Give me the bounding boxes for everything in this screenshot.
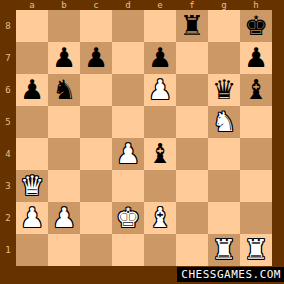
square-d1[interactable]	[112, 234, 144, 266]
black-pawn[interactable]: ♟	[144, 42, 176, 74]
square-g1[interactable]: ♜	[208, 234, 240, 266]
black-bishop[interactable]: ♝	[240, 74, 272, 106]
white-pawn[interactable]: ♟	[112, 138, 144, 170]
white-rook[interactable]: ♜	[240, 234, 272, 266]
white-pawn[interactable]: ♟	[48, 202, 80, 234]
square-f5[interactable]	[176, 106, 208, 138]
square-f7[interactable]	[176, 42, 208, 74]
square-e7[interactable]: ♟	[144, 42, 176, 74]
square-b8[interactable]	[48, 10, 80, 42]
rank-label-7: 7	[0, 42, 16, 74]
white-queen[interactable]: ♛	[16, 170, 48, 202]
file-label-a: a	[16, 0, 48, 10]
square-b5[interactable]	[48, 106, 80, 138]
square-a2[interactable]: ♟	[16, 202, 48, 234]
chess-board[interactable]: ♜♚♟♟♟♟♟♞♟♛♝♞♟♝♛♟♟♚♝♜♜	[16, 10, 272, 266]
square-c1[interactable]	[80, 234, 112, 266]
square-e2[interactable]: ♝	[144, 202, 176, 234]
square-b2[interactable]: ♟	[48, 202, 80, 234]
square-d6[interactable]	[112, 74, 144, 106]
square-h6[interactable]: ♝	[240, 74, 272, 106]
square-f4[interactable]	[176, 138, 208, 170]
square-h3[interactable]	[240, 170, 272, 202]
square-a8[interactable]	[16, 10, 48, 42]
square-a7[interactable]	[16, 42, 48, 74]
square-c3[interactable]	[80, 170, 112, 202]
rank-labels: 87654321	[0, 10, 16, 266]
square-h5[interactable]	[240, 106, 272, 138]
file-label-b: b	[48, 0, 80, 10]
square-a5[interactable]	[16, 106, 48, 138]
black-pawn[interactable]: ♟	[48, 42, 80, 74]
square-c7[interactable]: ♟	[80, 42, 112, 74]
square-c5[interactable]	[80, 106, 112, 138]
square-f2[interactable]	[176, 202, 208, 234]
square-f8[interactable]: ♜	[176, 10, 208, 42]
square-d7[interactable]	[112, 42, 144, 74]
square-a6[interactable]: ♟	[16, 74, 48, 106]
chess-diagram: abcdefgh 87654321 ♜♚♟♟♟♟♟♞♟♛♝♞♟♝♛♟♟♚♝♜♜ …	[0, 0, 284, 284]
black-king[interactable]: ♚	[240, 10, 272, 42]
rank-label-3: 3	[0, 170, 16, 202]
square-d5[interactable]	[112, 106, 144, 138]
square-c6[interactable]	[80, 74, 112, 106]
file-label-g: g	[208, 0, 240, 10]
square-a1[interactable]	[16, 234, 48, 266]
rank-label-6: 6	[0, 74, 16, 106]
black-knight[interactable]: ♞	[48, 74, 80, 106]
white-knight[interactable]: ♞	[208, 106, 240, 138]
square-e5[interactable]	[144, 106, 176, 138]
square-e6[interactable]: ♟	[144, 74, 176, 106]
square-h8[interactable]: ♚	[240, 10, 272, 42]
black-queen[interactable]: ♛	[208, 74, 240, 106]
white-bishop[interactable]: ♝	[144, 202, 176, 234]
white-rook[interactable]: ♜	[208, 234, 240, 266]
black-pawn[interactable]: ♟	[16, 74, 48, 106]
square-e3[interactable]	[144, 170, 176, 202]
square-f6[interactable]	[176, 74, 208, 106]
file-label-c: c	[80, 0, 112, 10]
file-labels: abcdefgh	[16, 0, 272, 10]
rank-label-1: 1	[0, 234, 16, 266]
square-d4[interactable]: ♟	[112, 138, 144, 170]
square-g8[interactable]	[208, 10, 240, 42]
square-c4[interactable]	[80, 138, 112, 170]
square-c8[interactable]	[80, 10, 112, 42]
file-label-d: d	[112, 0, 144, 10]
square-b1[interactable]	[48, 234, 80, 266]
square-e4[interactable]: ♝	[144, 138, 176, 170]
square-g3[interactable]	[208, 170, 240, 202]
square-b4[interactable]	[48, 138, 80, 170]
square-d8[interactable]	[112, 10, 144, 42]
rank-label-8: 8	[0, 10, 16, 42]
square-d3[interactable]	[112, 170, 144, 202]
black-pawn[interactable]: ♟	[80, 42, 112, 74]
black-bishop[interactable]: ♝	[144, 138, 176, 170]
rank-label-4: 4	[0, 138, 16, 170]
square-b3[interactable]	[48, 170, 80, 202]
white-king[interactable]: ♚	[112, 202, 144, 234]
square-g7[interactable]	[208, 42, 240, 74]
black-pawn[interactable]: ♟	[240, 42, 272, 74]
square-f3[interactable]	[176, 170, 208, 202]
watermark: CHESSGAMES.COM	[177, 267, 284, 282]
square-d2[interactable]: ♚	[112, 202, 144, 234]
rank-label-5: 5	[0, 106, 16, 138]
square-f1[interactable]	[176, 234, 208, 266]
black-rook[interactable]: ♜	[176, 10, 208, 42]
white-pawn[interactable]: ♟	[144, 74, 176, 106]
square-e8[interactable]	[144, 10, 176, 42]
square-b7[interactable]: ♟	[48, 42, 80, 74]
square-a3[interactable]: ♛	[16, 170, 48, 202]
file-label-f: f	[176, 0, 208, 10]
square-c2[interactable]	[80, 202, 112, 234]
square-e1[interactable]	[144, 234, 176, 266]
file-label-h: h	[240, 0, 272, 10]
square-g6[interactable]: ♛	[208, 74, 240, 106]
white-pawn[interactable]: ♟	[16, 202, 48, 234]
square-b6[interactable]: ♞	[48, 74, 80, 106]
square-h7[interactable]: ♟	[240, 42, 272, 74]
rank-label-2: 2	[0, 202, 16, 234]
square-h2[interactable]	[240, 202, 272, 234]
square-g5[interactable]: ♞	[208, 106, 240, 138]
square-a4[interactable]	[16, 138, 48, 170]
square-g2[interactable]	[208, 202, 240, 234]
square-g4[interactable]	[208, 138, 240, 170]
file-label-e: e	[144, 0, 176, 10]
square-h1[interactable]: ♜	[240, 234, 272, 266]
square-h4[interactable]	[240, 138, 272, 170]
